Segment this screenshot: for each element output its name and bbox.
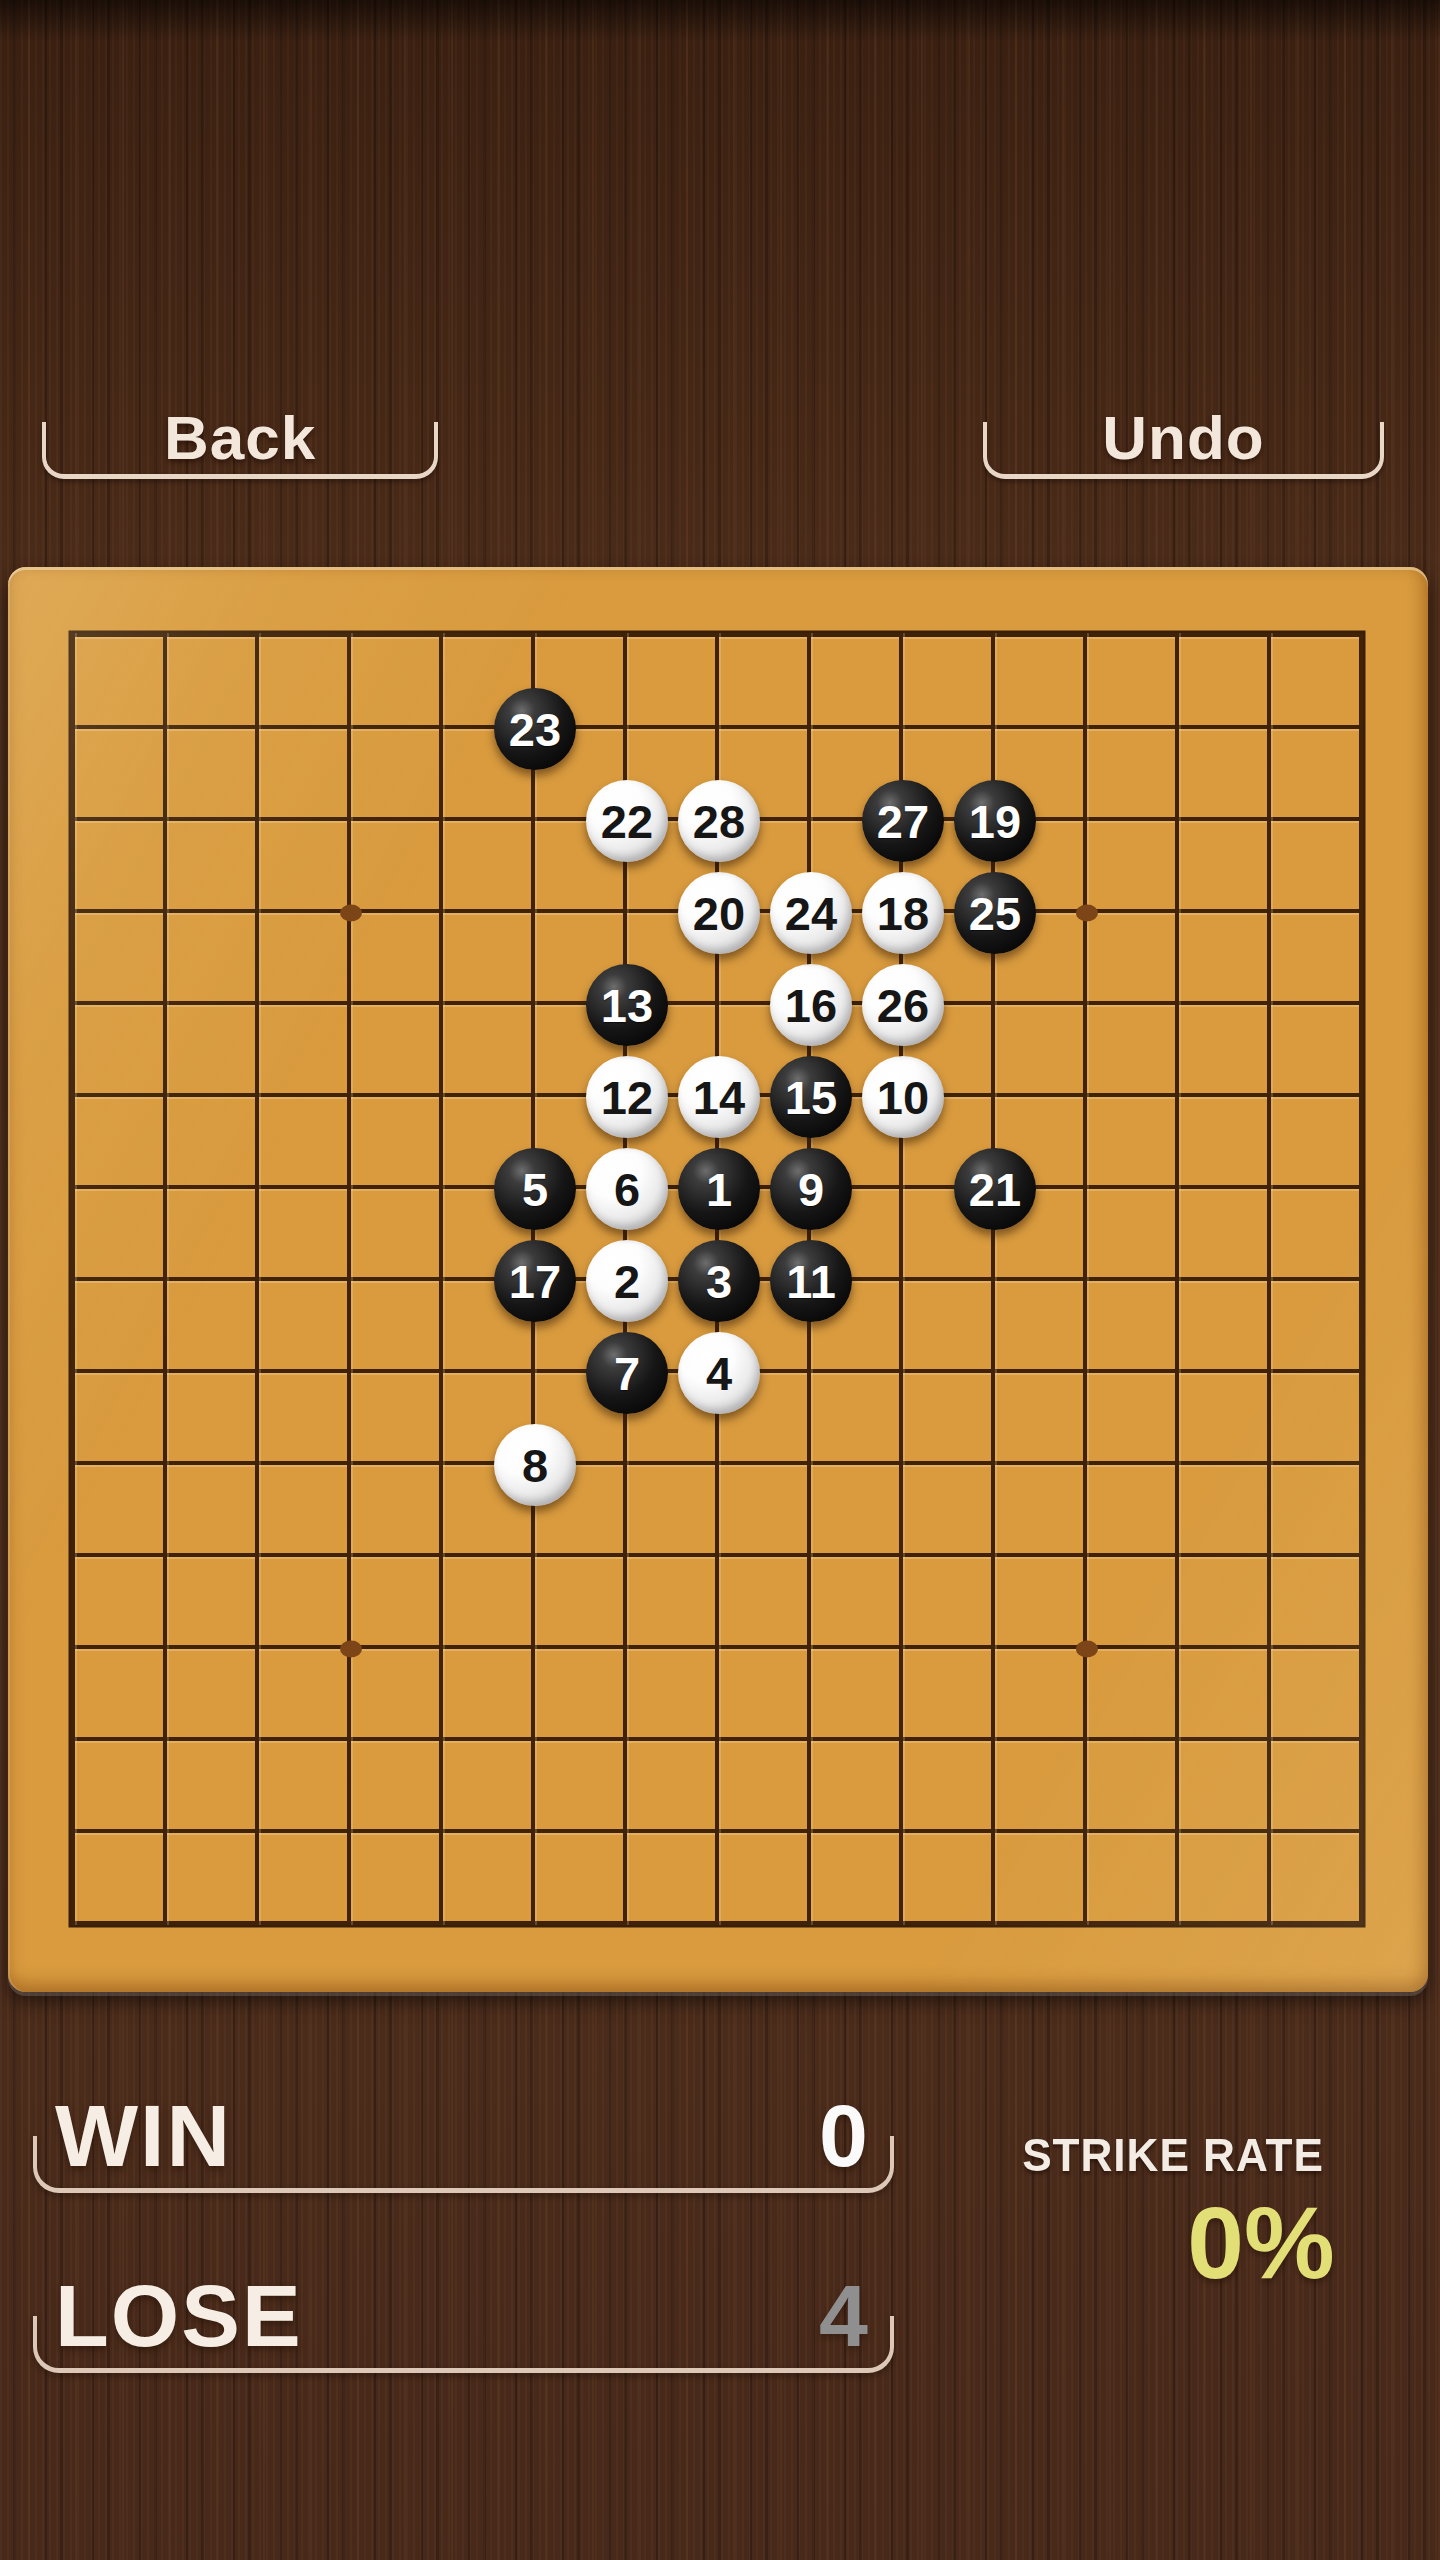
stone-black-15: 15: [770, 1056, 852, 1138]
stone-white-2: 2: [586, 1240, 668, 1322]
stone-white-12: 12: [586, 1056, 668, 1138]
stone-black-3: 3: [678, 1240, 760, 1322]
stone-white-16: 16: [770, 964, 852, 1046]
stone-black-21: 21: [954, 1148, 1036, 1230]
game-screen: Back Undo 123456789101112131415161718192…: [0, 0, 1440, 2560]
stone-white-18: 18: [862, 872, 944, 954]
board[interactable]: 1234567891011121314151617181920212223242…: [8, 567, 1428, 1992]
stone-white-28: 28: [678, 780, 760, 862]
lose-value: 4: [819, 2276, 868, 2355]
stone-white-26: 26: [862, 964, 944, 1046]
win-value: 0: [819, 2096, 868, 2175]
stone-white-20: 20: [678, 872, 760, 954]
stone-black-5: 5: [494, 1148, 576, 1230]
stone-white-22: 22: [586, 780, 668, 862]
stone-black-23: 23: [494, 688, 576, 770]
star-point: [1076, 905, 1098, 922]
undo-button-label: Undo: [983, 402, 1384, 473]
stone-white-4: 4: [678, 1332, 760, 1414]
back-button[interactable]: Back: [42, 404, 438, 479]
stone-white-14: 14: [678, 1056, 760, 1138]
star-point: [340, 905, 362, 922]
win-label: WIN: [55, 2096, 232, 2175]
back-button-label: Back: [42, 402, 438, 473]
stone-black-27: 27: [862, 780, 944, 862]
star-point: [1076, 1641, 1098, 1658]
stone-white-10: 10: [862, 1056, 944, 1138]
stone-white-8: 8: [494, 1424, 576, 1506]
lose-panel: LOSE 4: [33, 2277, 894, 2373]
stone-black-11: 11: [770, 1240, 852, 1322]
stone-black-9: 9: [770, 1148, 852, 1230]
strike-rate-value: 0%: [1061, 2192, 1440, 2294]
lose-label: LOSE: [55, 2276, 303, 2355]
stone-white-24: 24: [770, 872, 852, 954]
stone-black-19: 19: [954, 780, 1036, 862]
stone-black-17: 17: [494, 1240, 576, 1322]
undo-button[interactable]: Undo: [983, 404, 1384, 479]
stone-black-7: 7: [586, 1332, 668, 1414]
strike-rate-label: STRIKE RATE: [981, 2128, 1365, 2182]
stone-white-6: 6: [586, 1148, 668, 1230]
stone-black-25: 25: [954, 872, 1036, 954]
stone-black-1: 1: [678, 1148, 760, 1230]
stone-black-13: 13: [586, 964, 668, 1046]
win-panel: WIN 0: [33, 2097, 894, 2193]
star-point: [340, 1641, 362, 1658]
